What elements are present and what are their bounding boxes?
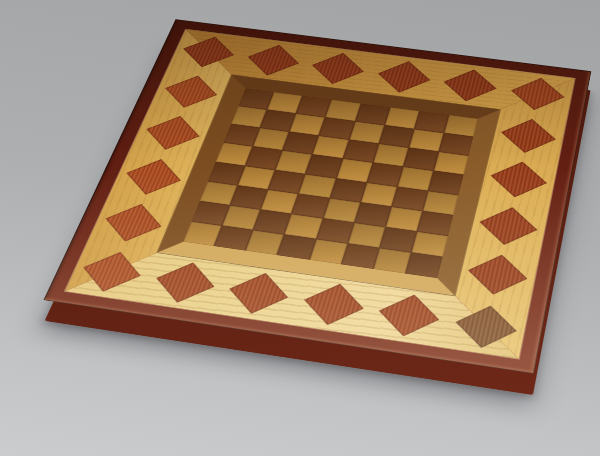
square-a1[interactable] (183, 222, 221, 247)
square-e2[interactable] (316, 218, 353, 242)
square-d3[interactable] (292, 194, 329, 218)
inlay-diamond (480, 207, 538, 245)
square-b4[interactable] (238, 166, 274, 189)
inlay-diamond (83, 252, 140, 292)
inlay-diamond (304, 284, 363, 325)
inlay-diamond (229, 273, 288, 314)
square-h1[interactable] (406, 253, 443, 278)
inlay-diamond (468, 255, 527, 295)
square-h2[interactable] (412, 232, 448, 257)
square-h4[interactable] (423, 191, 458, 215)
inlay-diamond (379, 295, 439, 337)
square-d4[interactable] (299, 174, 335, 197)
square-f2[interactable] (348, 223, 385, 248)
square-h3[interactable] (417, 211, 453, 235)
square-g4[interactable] (392, 187, 428, 211)
game-board (43, 19, 591, 374)
square-a3[interactable] (200, 181, 237, 204)
square-h5[interactable] (429, 171, 464, 194)
square-c1[interactable] (246, 230, 284, 255)
square-c3[interactable] (261, 190, 298, 214)
inlay-diamond (105, 204, 161, 241)
square-c2[interactable] (254, 210, 291, 234)
square-g1[interactable] (374, 248, 411, 273)
square-f3[interactable] (355, 202, 391, 226)
square-a2[interactable] (192, 201, 230, 225)
square-f5[interactable] (367, 163, 402, 186)
square-e4[interactable] (330, 178, 366, 201)
square-b1[interactable] (215, 226, 253, 251)
photo-background (0, 0, 600, 456)
square-b2[interactable] (223, 205, 260, 229)
inlay-diamond (156, 262, 214, 302)
square-e3[interactable] (323, 198, 359, 222)
square-f1[interactable] (341, 244, 378, 269)
square-g2[interactable] (380, 227, 416, 252)
square-g3[interactable] (386, 207, 422, 231)
square-e1[interactable] (309, 239, 346, 264)
square-g5[interactable] (398, 167, 433, 190)
square-b3[interactable] (231, 186, 268, 209)
inlay-diamond (456, 306, 517, 348)
square-e5[interactable] (337, 159, 372, 182)
square-f4[interactable] (361, 183, 397, 206)
square-d2[interactable] (285, 214, 322, 238)
checkerboard (183, 89, 478, 279)
square-a4[interactable] (208, 162, 245, 185)
inlay-border-band (65, 29, 575, 358)
square-d1[interactable] (278, 235, 316, 260)
square-c4[interactable] (269, 170, 305, 193)
